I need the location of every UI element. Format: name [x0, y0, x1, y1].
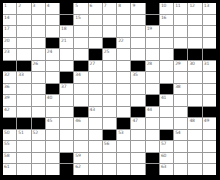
clue-number: 10	[161, 3, 166, 8]
clue-number: 27	[90, 61, 95, 66]
cell-r11c5[interactable]	[60, 118, 73, 129]
clue-number: 41	[161, 95, 166, 100]
cell-r7c8[interactable]	[103, 72, 116, 83]
cell-r3c15[interactable]	[203, 26, 216, 37]
clue-number: 22	[118, 38, 123, 43]
cell-r1c4[interactable]: 4	[46, 3, 59, 14]
clue-number: 30	[189, 61, 194, 66]
cell-r15c4[interactable]	[46, 164, 59, 175]
cell-r7c12[interactable]	[160, 72, 173, 83]
black-cell-r15c5	[60, 164, 73, 175]
clue-number: 53	[118, 130, 123, 135]
cell-r3c2[interactable]	[17, 26, 30, 37]
cell-r6c7[interactable]: 27	[89, 61, 102, 72]
clue-number: 56	[104, 141, 109, 146]
cell-r13c12[interactable]: 57	[160, 141, 173, 152]
clue-number: 40	[47, 95, 52, 100]
black-cell-r10c10	[131, 107, 144, 118]
black-cell-r5c15	[203, 49, 216, 60]
cell-r8c13[interactable]: 38	[174, 84, 187, 95]
black-cell-r12c12	[160, 130, 173, 141]
cell-r10c9[interactable]	[117, 107, 130, 118]
cell-r1c7[interactable]: 6	[89, 3, 102, 14]
cell-r4c1[interactable]: 20	[3, 38, 16, 49]
cell-r9c7[interactable]	[89, 95, 102, 106]
cell-r3c1[interactable]: 17	[3, 26, 16, 37]
cell-r5c6[interactable]	[74, 49, 87, 60]
clue-number: 24	[47, 49, 52, 54]
clue-number: 5	[75, 3, 78, 8]
cell-r3c8[interactable]	[103, 26, 116, 37]
clue-number: 57	[161, 141, 166, 146]
cell-r2c14[interactable]	[188, 15, 201, 26]
clue-number: 46	[75, 118, 80, 123]
cell-r14c7[interactable]	[89, 153, 102, 164]
cell-r9c10[interactable]	[131, 95, 144, 106]
cell-r2c7[interactable]	[89, 15, 102, 26]
cell-r15c13[interactable]	[174, 164, 187, 175]
cell-r4c3[interactable]	[32, 38, 45, 49]
clue-number: 36	[4, 84, 9, 89]
clue-number: 51	[18, 130, 23, 135]
clue-number: 43	[90, 107, 95, 112]
cell-r14c15[interactable]	[203, 153, 216, 164]
clue-number: 14	[4, 15, 9, 20]
cell-r5c12[interactable]	[160, 49, 173, 60]
black-cell-r8c4	[46, 84, 59, 95]
clue-number: 44	[147, 107, 152, 112]
cell-r2c2[interactable]	[17, 15, 30, 26]
cell-r10c3[interactable]	[32, 107, 45, 118]
cell-r1c15[interactable]: 13	[203, 3, 216, 14]
cell-r7c6[interactable]: 34	[74, 72, 87, 83]
cell-r4c11[interactable]	[146, 38, 159, 49]
cell-r2c3[interactable]	[32, 15, 45, 26]
clue-number: 28	[147, 61, 152, 66]
clue-number: 18	[61, 26, 66, 31]
cell-r12c1[interactable]: 50	[3, 130, 16, 141]
clue-number: 29	[175, 61, 180, 66]
cell-r10c11[interactable]: 44	[146, 107, 159, 118]
cell-r11c7[interactable]	[89, 118, 102, 129]
cell-r6c3[interactable]: 26	[32, 61, 45, 72]
cell-r8c2[interactable]	[17, 84, 30, 95]
cell-r8c15[interactable]	[203, 84, 216, 95]
cell-r11c12[interactable]	[160, 118, 173, 129]
black-cell-r10c6	[74, 107, 87, 118]
cell-r14c6[interactable]: 59	[74, 153, 87, 164]
clue-number: 4	[47, 3, 50, 8]
cell-r12c11[interactable]	[146, 130, 159, 141]
black-cell-r11c2	[17, 118, 30, 129]
clue-number: 50	[4, 130, 9, 135]
clue-number: 1	[4, 3, 7, 8]
cell-r15c10[interactable]	[131, 164, 144, 175]
cell-r7c14[interactable]	[188, 72, 201, 83]
cell-r5c3[interactable]	[32, 49, 45, 60]
cell-r8c10[interactable]	[131, 84, 144, 95]
cell-r3c9[interactable]	[117, 26, 130, 37]
black-cell-r5c7	[89, 49, 102, 60]
cell-r13c2[interactable]	[17, 141, 30, 152]
cell-r13c5[interactable]	[60, 141, 73, 152]
clue-number: 7	[104, 3, 107, 8]
cell-r11c6[interactable]: 46	[74, 118, 87, 129]
cell-r4c10[interactable]	[131, 38, 144, 49]
cell-r13c13[interactable]	[174, 141, 187, 152]
black-cell-r11c1	[3, 118, 16, 129]
cell-r9c9[interactable]	[117, 95, 130, 106]
clue-number: 6	[90, 3, 93, 8]
cell-r2c8[interactable]	[103, 15, 116, 26]
cell-r6c9[interactable]	[117, 61, 130, 72]
clue-number: 61	[4, 164, 9, 169]
cell-r6c14[interactable]: 30	[188, 61, 201, 72]
cell-r11c8[interactable]	[103, 118, 116, 129]
cell-r4c12[interactable]	[160, 38, 173, 49]
cell-r4c9[interactable]: 22	[117, 38, 130, 49]
black-cell-r12c8	[103, 130, 116, 141]
cell-r6c11[interactable]: 28	[146, 61, 159, 72]
cell-r11c10[interactable]: 47	[131, 118, 144, 129]
cell-r6c5[interactable]	[60, 61, 73, 72]
cell-r10c7[interactable]: 43	[89, 107, 102, 118]
black-cell-r5c14	[188, 49, 201, 60]
cell-r13c6[interactable]	[74, 141, 87, 152]
clue-number: 55	[4, 141, 9, 146]
cell-r4c14[interactable]	[188, 38, 201, 49]
clue-number: 3	[33, 3, 36, 8]
cell-r3c10[interactable]	[131, 26, 144, 37]
cell-r15c14[interactable]	[188, 164, 201, 175]
cell-r4c2[interactable]	[17, 38, 30, 49]
cell-r9c4[interactable]: 40	[46, 95, 59, 106]
cell-r12c10[interactable]	[131, 130, 144, 141]
black-cell-r10c14	[188, 107, 201, 118]
cell-r2c15[interactable]	[203, 15, 216, 26]
cell-r7c10[interactable]: 35	[131, 72, 144, 83]
cell-r8c8[interactable]	[103, 84, 116, 95]
cell-r13c7[interactable]	[89, 141, 102, 152]
cell-r3c6[interactable]	[74, 26, 87, 37]
clue-number: 15	[75, 15, 80, 20]
cell-r13c10[interactable]	[131, 141, 144, 152]
cell-r14c4[interactable]	[46, 153, 59, 164]
cell-r11c14[interactable]: 48	[188, 118, 201, 129]
cell-r2c1[interactable]: 14	[3, 15, 16, 26]
clue-number: 21	[61, 38, 66, 43]
cell-r5c5[interactable]	[60, 49, 73, 60]
clue-number: 9	[132, 3, 135, 8]
cell-r1c8[interactable]: 7	[103, 3, 116, 14]
cell-r9c5[interactable]	[60, 95, 73, 106]
clue-number: 34	[75, 72, 80, 77]
clue-number: 8	[118, 3, 121, 8]
cell-r15c7[interactable]	[89, 164, 102, 175]
cell-r9c12[interactable]: 41	[160, 95, 173, 106]
cell-r1c12[interactable]: 10	[160, 3, 173, 14]
black-cell-r6c10	[131, 61, 144, 72]
cell-r9c15[interactable]	[203, 95, 216, 106]
cell-r13c8[interactable]: 56	[103, 141, 116, 152]
cell-r14c10[interactable]	[131, 153, 144, 164]
clue-number: 35	[132, 72, 137, 77]
cell-r2c13[interactable]	[174, 15, 187, 26]
cell-r4c15[interactable]	[203, 38, 216, 49]
cell-r8c3[interactable]	[32, 84, 45, 95]
clue-number: 49	[204, 118, 209, 123]
cell-r7c2[interactable]: 33	[17, 72, 30, 83]
cell-r10c12[interactable]	[160, 107, 173, 118]
black-cell-r4c4	[46, 38, 59, 49]
cell-r15c2[interactable]	[17, 164, 30, 175]
cell-r8c7[interactable]	[89, 84, 102, 95]
cell-r2c6[interactable]: 15	[74, 15, 87, 26]
cell-r9c14[interactable]	[188, 95, 201, 106]
cell-r3c11[interactable]: 19	[146, 26, 159, 37]
black-cell-r4c8	[103, 38, 116, 49]
black-cell-r7c5	[60, 72, 73, 83]
cell-r5c1[interactable]: 23	[3, 49, 16, 60]
cell-r12c7[interactable]	[89, 130, 102, 141]
cell-r12c5[interactable]	[60, 130, 73, 141]
clue-number: 13	[204, 3, 209, 8]
cell-r15c1[interactable]: 61	[3, 164, 16, 175]
clue-number: 23	[4, 49, 9, 54]
clue-number: 17	[4, 26, 9, 31]
cell-r6c13[interactable]: 29	[174, 61, 187, 72]
black-cell-r11c3	[32, 118, 45, 129]
black-cell-r14c5	[60, 153, 73, 164]
clue-number: 39	[4, 95, 9, 100]
cell-r1c6[interactable]: 5	[74, 3, 87, 14]
cell-r5c2[interactable]	[17, 49, 30, 60]
cell-r6c4[interactable]	[46, 61, 59, 72]
crossword-board-frame: 1234567891011121314151617181920212223242…	[0, 0, 220, 180]
black-cell-r14c11	[146, 153, 159, 164]
cell-r14c13[interactable]	[174, 153, 187, 164]
cell-r1c2[interactable]: 2	[17, 3, 30, 14]
cell-r15c8[interactable]	[103, 164, 116, 175]
cell-r13c4[interactable]	[46, 141, 59, 152]
cell-r10c13[interactable]	[174, 107, 187, 118]
cell-r4c5[interactable]: 21	[60, 38, 73, 49]
clue-number: 59	[75, 153, 80, 158]
cell-r11c11[interactable]	[146, 118, 159, 129]
cell-r5c8[interactable]: 25	[103, 49, 116, 60]
black-cell-r15c11	[146, 164, 159, 175]
cell-r3c12[interactable]	[160, 26, 173, 37]
clue-number: 48	[189, 118, 194, 123]
black-cell-r2c5	[60, 15, 73, 26]
cell-r9c2[interactable]	[17, 95, 30, 106]
cell-r5c11[interactable]	[146, 49, 159, 60]
cell-r12c9[interactable]: 53	[117, 130, 130, 141]
cell-r8c14[interactable]	[188, 84, 201, 95]
cell-r4c6[interactable]	[74, 38, 87, 49]
cell-r6c8[interactable]	[103, 61, 116, 72]
cell-r3c3[interactable]	[32, 26, 45, 37]
cell-r7c1[interactable]: 32	[3, 72, 16, 83]
cell-r10c2[interactable]	[17, 107, 30, 118]
black-cell-r8c12	[160, 84, 173, 95]
black-cell-r6c6	[74, 61, 87, 72]
cell-r13c1[interactable]: 55	[3, 141, 16, 152]
cell-r3c4[interactable]	[46, 26, 59, 37]
cell-r15c15[interactable]	[203, 164, 216, 175]
cell-r7c11[interactable]	[146, 72, 159, 83]
black-cell-r2c11	[146, 15, 159, 26]
crossword-screenshot: 1234567891011121314151617181920212223242…	[0, 0, 220, 180]
cell-r13c3[interactable]	[32, 141, 45, 152]
clue-number: 20	[4, 38, 9, 43]
cell-r13c14[interactable]	[188, 141, 201, 152]
cell-r12c6[interactable]	[74, 130, 87, 141]
cell-r14c8[interactable]	[103, 153, 116, 164]
cell-r7c15[interactable]	[203, 72, 216, 83]
cell-r2c9[interactable]	[117, 15, 130, 26]
cell-r1c3[interactable]: 3	[32, 3, 45, 14]
cell-r7c3[interactable]	[32, 72, 45, 83]
cell-r7c9[interactable]	[117, 72, 130, 83]
cell-r4c7[interactable]	[89, 38, 102, 49]
black-cell-r10c15	[203, 107, 216, 118]
cell-r5c9[interactable]	[117, 49, 130, 60]
cell-r9c6[interactable]	[74, 95, 87, 106]
clue-number: 54	[175, 130, 180, 135]
cell-r13c9[interactable]	[117, 141, 130, 152]
cell-r15c6[interactable]: 62	[74, 164, 87, 175]
cell-r5c4[interactable]: 24	[46, 49, 59, 60]
clue-number: 33	[18, 72, 23, 77]
cell-r12c14[interactable]	[188, 130, 201, 141]
clue-number: 52	[33, 130, 38, 135]
cell-r8c6[interactable]	[74, 84, 87, 95]
cell-r8c9[interactable]	[117, 84, 130, 95]
cell-r14c2[interactable]	[17, 153, 30, 164]
cell-r10c8[interactable]	[103, 107, 116, 118]
cell-r12c13[interactable]: 54	[174, 130, 187, 141]
clue-number: 16	[161, 15, 166, 20]
cell-r15c9[interactable]	[117, 164, 130, 175]
cell-r14c14[interactable]	[188, 153, 201, 164]
clue-number: 25	[104, 49, 109, 54]
black-cell-r1c5	[60, 3, 73, 14]
cell-r8c5[interactable]: 37	[60, 84, 73, 95]
cell-r10c4[interactable]	[46, 107, 59, 118]
clue-number: 37	[61, 84, 66, 89]
cell-r11c13[interactable]	[174, 118, 187, 129]
cell-r14c9[interactable]	[117, 153, 130, 164]
clue-number: 19	[147, 26, 152, 31]
clue-number: 2	[18, 3, 21, 8]
cell-r1c9[interactable]: 8	[117, 3, 130, 14]
cell-r15c3[interactable]	[32, 164, 45, 175]
cell-r12c3[interactable]: 52	[32, 130, 45, 141]
cell-r3c13[interactable]	[174, 26, 187, 37]
cell-r13c11[interactable]	[146, 141, 159, 152]
cell-r3c7[interactable]	[89, 26, 102, 37]
black-cell-r6c1	[3, 61, 16, 72]
clue-number: 45	[47, 118, 52, 123]
crossword-grid: 1234567891011121314151617181920212223242…	[3, 3, 216, 175]
clue-number: 38	[175, 84, 180, 89]
black-cell-r5c13	[174, 49, 187, 60]
cell-r1c14[interactable]: 12	[188, 3, 201, 14]
cell-r2c4[interactable]	[46, 15, 59, 26]
cell-r8c11[interactable]	[146, 84, 159, 95]
clue-number: 60	[161, 153, 166, 158]
cell-r7c7[interactable]	[89, 72, 102, 83]
clue-number: 31	[204, 61, 209, 66]
cell-r9c1[interactable]: 39	[3, 95, 16, 106]
cell-r9c3[interactable]	[32, 95, 45, 106]
cell-r14c3[interactable]	[32, 153, 45, 164]
cell-r11c15[interactable]: 49	[203, 118, 216, 129]
cell-r2c12[interactable]: 16	[160, 15, 173, 26]
cell-r13c15[interactable]	[203, 141, 216, 152]
clue-number: 32	[4, 72, 9, 77]
cell-r8c1[interactable]: 36	[3, 84, 16, 95]
cell-r1c13[interactable]: 11	[174, 3, 187, 14]
cell-r9c8[interactable]	[103, 95, 116, 106]
cell-r9c13[interactable]	[174, 95, 187, 106]
black-cell-r11c9	[117, 118, 130, 129]
cell-r1c1[interactable]: 1	[3, 3, 16, 14]
clue-number: 42	[4, 107, 9, 112]
cell-r15c12[interactable]: 63	[160, 164, 173, 175]
cell-r6c12[interactable]	[160, 61, 173, 72]
black-cell-r6c2	[17, 61, 30, 72]
cell-r3c5[interactable]: 18	[60, 26, 73, 37]
cell-r12c15[interactable]	[203, 130, 216, 141]
cell-r12c2[interactable]: 51	[17, 130, 30, 141]
cell-r3c14[interactable]	[188, 26, 201, 37]
clue-number: 47	[132, 118, 137, 123]
cell-r4c13[interactable]	[174, 38, 187, 49]
black-cell-r9c11	[146, 95, 159, 106]
cell-r14c12[interactable]: 60	[160, 153, 173, 164]
cell-r6c15[interactable]: 31	[203, 61, 216, 72]
cell-r10c5[interactable]	[60, 107, 73, 118]
clue-number: 11	[175, 3, 180, 8]
clue-number: 26	[33, 61, 38, 66]
cell-r5c10[interactable]	[131, 49, 144, 60]
clue-number: 62	[75, 164, 80, 169]
cell-r1c10[interactable]: 9	[131, 3, 144, 14]
cell-r2c10[interactable]	[131, 15, 144, 26]
black-cell-r1c11	[146, 3, 159, 14]
clue-number: 58	[4, 153, 9, 158]
cell-r7c13[interactable]	[174, 72, 187, 83]
clue-number: 12	[189, 3, 194, 8]
cell-r12c4[interactable]	[46, 130, 59, 141]
cell-r14c1[interactable]: 58	[3, 153, 16, 164]
cell-r10c1[interactable]: 42	[3, 107, 16, 118]
clue-number: 63	[161, 164, 166, 169]
cell-r7c4[interactable]	[46, 72, 59, 83]
cell-r11c4[interactable]: 45	[46, 118, 59, 129]
